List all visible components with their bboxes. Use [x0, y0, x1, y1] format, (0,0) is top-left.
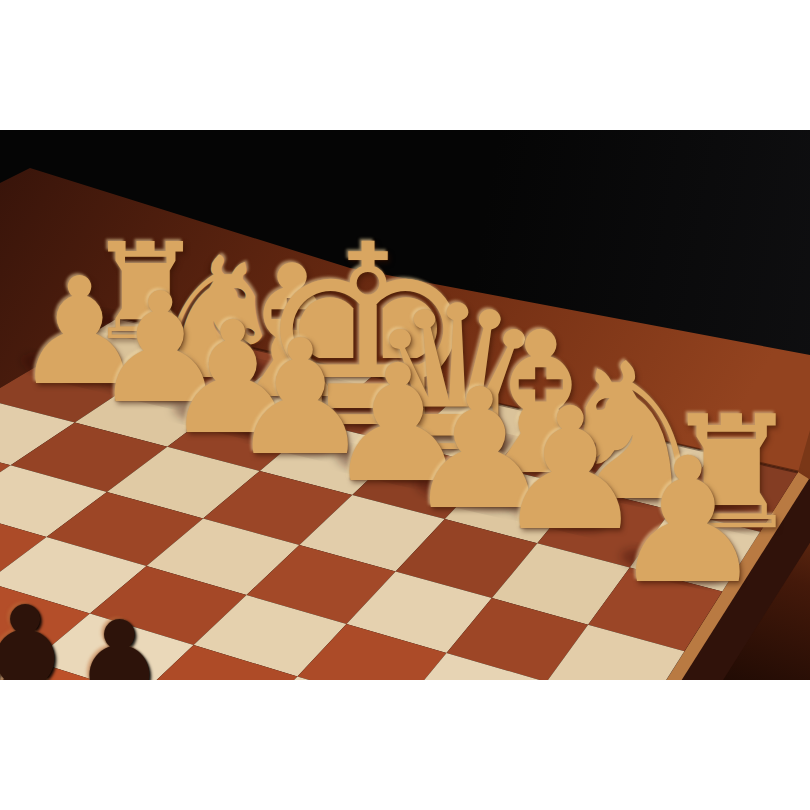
black-pawn-e7: ♟: [33, 596, 206, 680]
pieces-layer: ♜♞♝♚♛♝♞♜♟♟♟♟♟♟♟♟♟♟♟: [0, 130, 810, 680]
page: ♜♞♝♚♛♝♞♜♟♟♟♟♟♟♟♟♟♟♟: [0, 0, 810, 810]
white-pawn-a2: ♟: [610, 435, 765, 608]
product-photo: ♜♞♝♚♛♝♞♜♟♟♟♟♟♟♟♟♟♟♟: [0, 130, 810, 680]
